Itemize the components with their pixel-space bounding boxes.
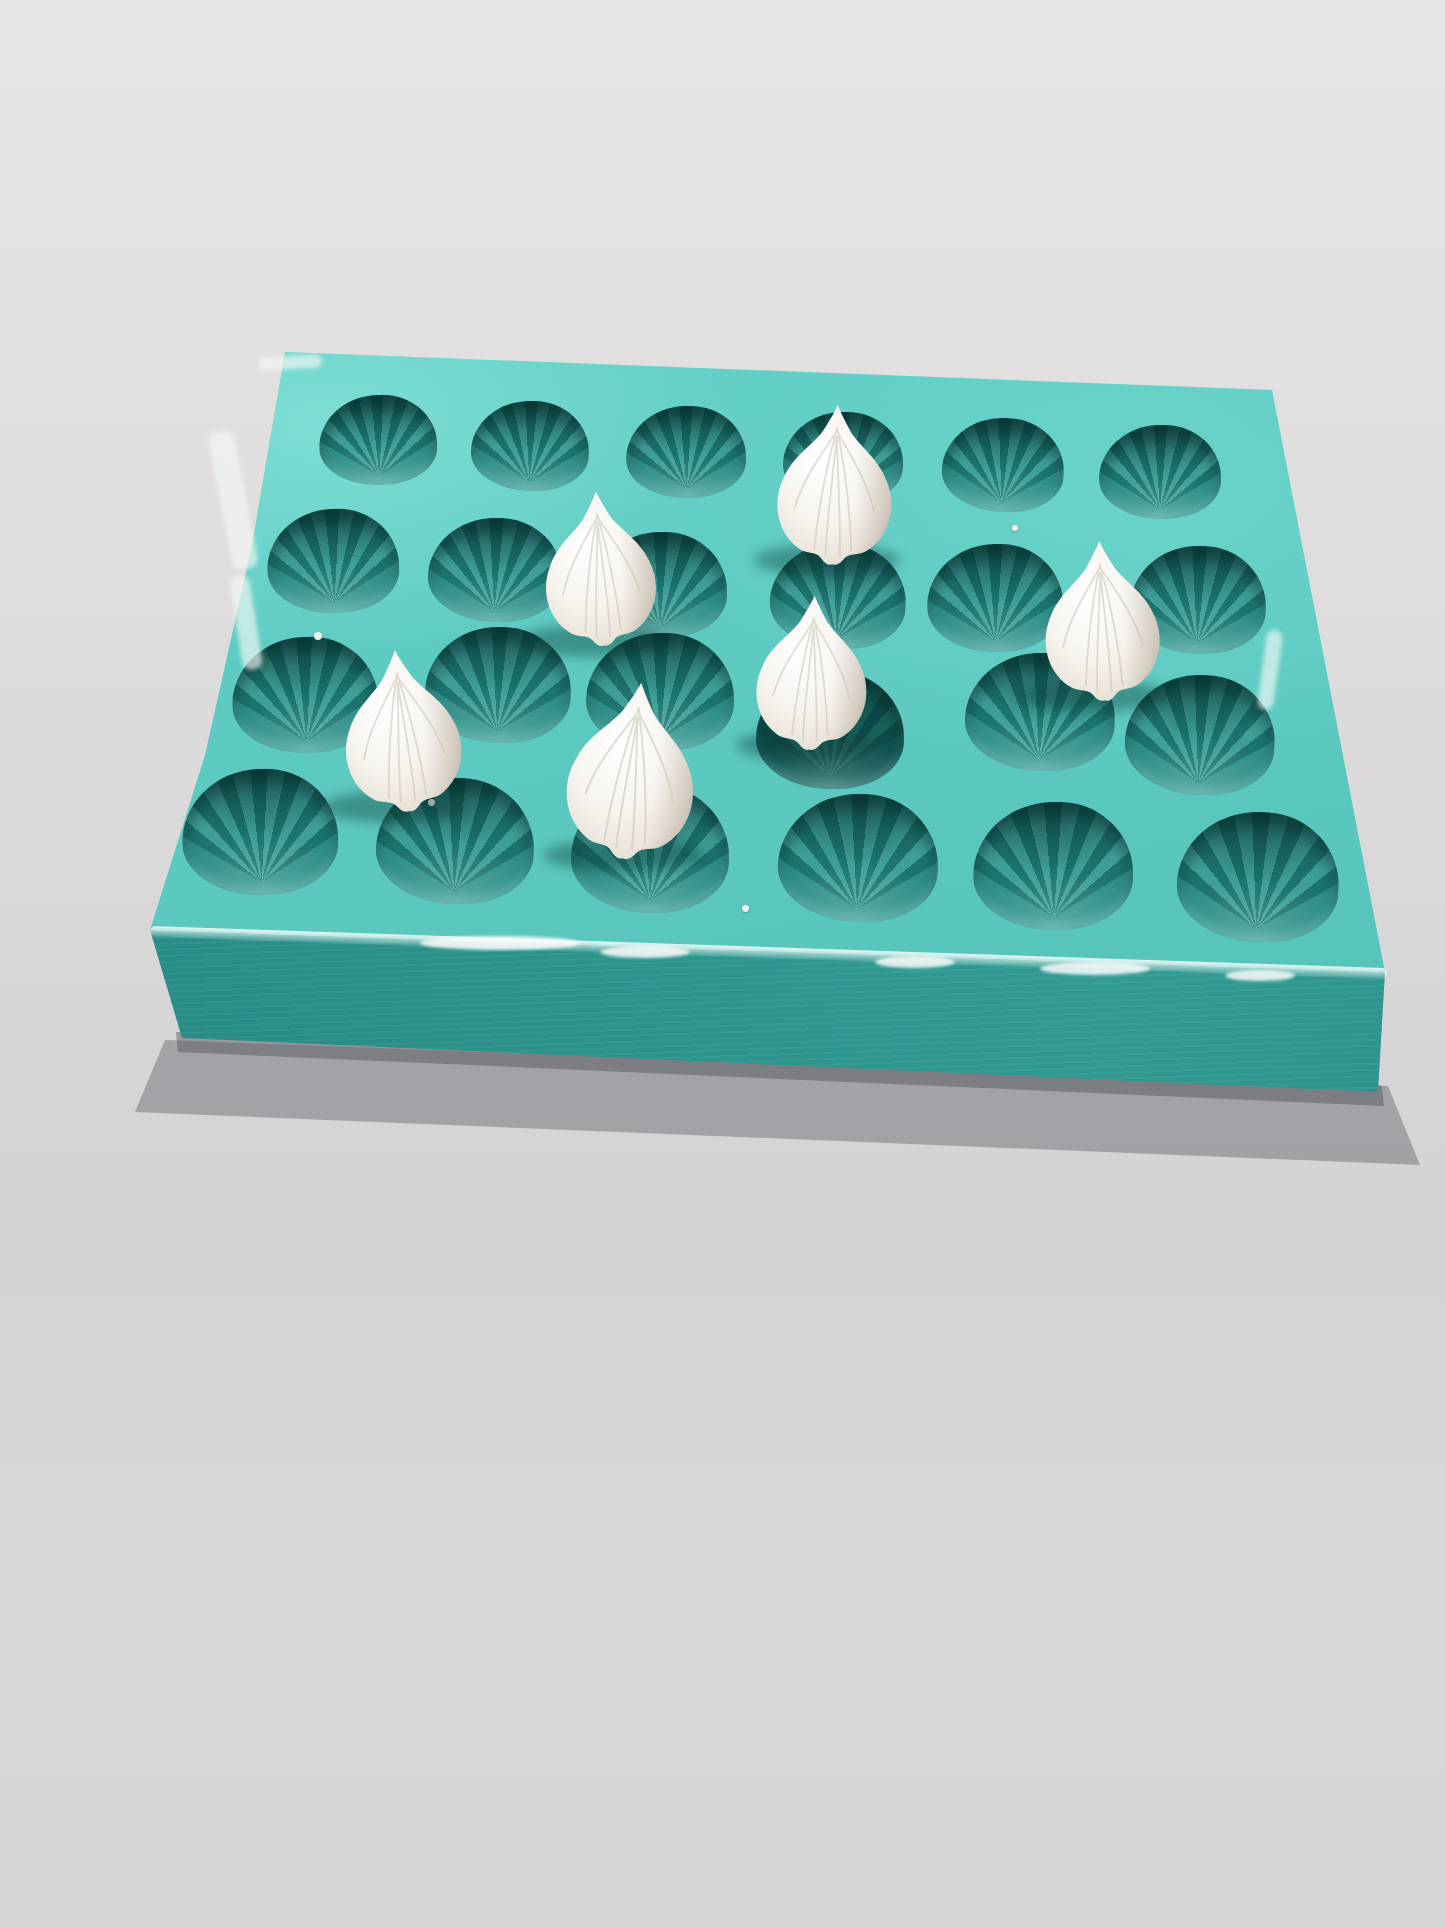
photo-stage bbox=[0, 0, 1445, 1927]
white-piece-6 bbox=[320, 641, 484, 823]
pieces-layer bbox=[0, 0, 1445, 1927]
white-piece-5 bbox=[539, 671, 726, 874]
white-piece-2 bbox=[519, 485, 681, 655]
white-piece-1 bbox=[756, 399, 914, 572]
white-piece-3 bbox=[1021, 535, 1183, 708]
white-piece-4 bbox=[738, 591, 886, 758]
